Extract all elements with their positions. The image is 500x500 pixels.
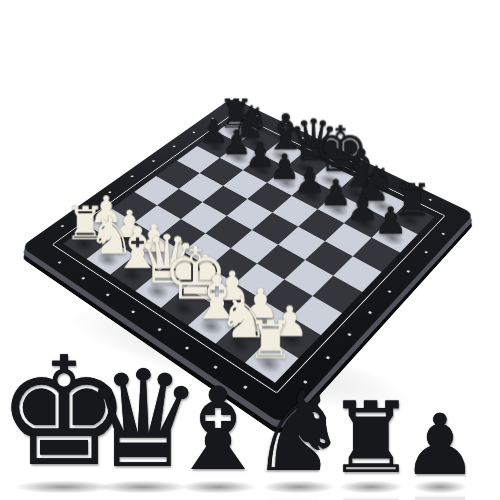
chess-set-photo: ♜♞♝♛♚♝♞♜♟♟♟♟♟♟♟♟♟♟♟♟♟♟♟♟♜♞♝♛♚♝♞♜ ♚♚♛♛♝♝♞…: [0, 0, 500, 500]
frame-rivet-dot: [172, 145, 176, 147]
frame-rivet-dot: [406, 270, 410, 273]
frame-rivet-dot: [105, 293, 110, 296]
frame-rivet-dot: [57, 261, 61, 264]
black-pawn-h7: ♟: [374, 203, 407, 240]
display-black-pawn: ♟♟: [402, 403, 477, 487]
pawn-icon: ♟: [402, 403, 477, 487]
frame-rivet-dot: [130, 175, 134, 178]
frame-rivet-dot: [152, 160, 156, 162]
frame-rivet-dot: [81, 277, 86, 280]
frame-rivet-dot: [441, 232, 445, 235]
frame-rivet-dot: [424, 251, 428, 254]
display-pieces: ♚♚♛♛♝♝♞♞♜♜♟♟: [0, 300, 500, 500]
frame-rivet-dot: [192, 131, 196, 133]
frame-rivet-dot: [387, 290, 391, 293]
